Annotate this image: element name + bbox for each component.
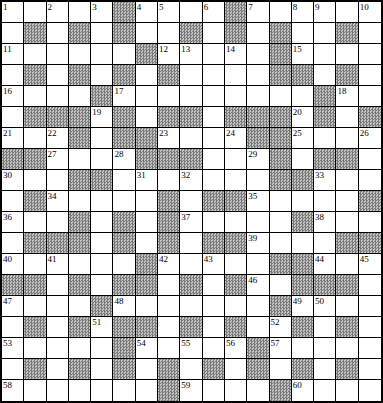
clue-number: 46 (248, 275, 257, 285)
white-cell[interactable] (47, 338, 69, 359)
block-cell (314, 275, 336, 296)
white-cell[interactable] (314, 128, 336, 149)
white-cell[interactable] (180, 296, 202, 317)
white-cell[interactable] (336, 107, 358, 128)
block-cell (203, 233, 225, 254)
block-cell (270, 128, 292, 149)
white-cell[interactable] (314, 359, 336, 380)
white-cell[interactable]: 4 (136, 2, 158, 23)
white-cell[interactable] (336, 170, 358, 191)
white-cell[interactable]: 19 (91, 107, 113, 128)
block-cell (247, 338, 269, 359)
clue-number: 53 (3, 338, 12, 348)
white-cell[interactable]: 53 (2, 338, 24, 359)
white-cell[interactable] (158, 317, 180, 338)
block-cell (270, 380, 292, 401)
block-cell (203, 359, 225, 380)
white-cell[interactable] (91, 254, 113, 275)
white-cell[interactable] (2, 65, 24, 86)
clue-number: 54 (137, 338, 146, 348)
white-cell[interactable] (203, 107, 225, 128)
white-cell[interactable]: 54 (136, 338, 158, 359)
white-cell[interactable]: 55 (180, 338, 202, 359)
clue-number: 43 (204, 254, 213, 264)
block-cell (359, 107, 381, 128)
block-cell (113, 2, 135, 23)
block-cell (336, 317, 358, 338)
crossword-puzzle: 1234567891011121314151617181920212223242… (0, 0, 383, 403)
white-cell[interactable] (47, 86, 69, 107)
white-cell[interactable] (314, 338, 336, 359)
white-cell[interactable] (359, 317, 381, 338)
white-cell[interactable]: 44 (314, 254, 336, 275)
white-cell[interactable] (203, 86, 225, 107)
clue-number: 17 (114, 86, 123, 96)
block-cell (69, 275, 91, 296)
white-cell[interactable] (247, 317, 269, 338)
clue-number: 55 (181, 338, 190, 348)
white-cell[interactable]: 52 (270, 317, 292, 338)
white-cell[interactable] (270, 191, 292, 212)
white-cell[interactable] (24, 254, 46, 275)
white-cell[interactable]: 32 (180, 170, 202, 191)
block-cell (113, 317, 135, 338)
white-cell[interactable] (247, 170, 269, 191)
white-cell[interactable] (203, 23, 225, 44)
white-cell[interactable]: 25 (292, 128, 314, 149)
block-cell (270, 23, 292, 44)
white-cell[interactable] (180, 86, 202, 107)
block-cell (225, 233, 247, 254)
white-cell[interactable]: 20 (292, 107, 314, 128)
clue-number: 51 (92, 317, 101, 327)
block-cell (180, 107, 202, 128)
white-cell[interactable]: 9 (314, 2, 336, 23)
white-cell[interactable] (158, 338, 180, 359)
white-cell[interactable] (69, 296, 91, 317)
white-cell[interactable] (69, 191, 91, 212)
white-cell[interactable] (69, 380, 91, 401)
clue-number: 57 (271, 338, 280, 348)
white-cell[interactable] (69, 254, 91, 275)
white-cell[interactable] (314, 23, 336, 44)
block-cell (24, 191, 46, 212)
white-cell[interactable]: 60 (292, 380, 314, 401)
white-cell[interactable]: 30 (2, 170, 24, 191)
white-cell[interactable] (314, 65, 336, 86)
white-cell[interactable]: 13 (180, 44, 202, 65)
white-cell[interactable] (47, 296, 69, 317)
white-cell[interactable]: 12 (158, 44, 180, 65)
white-cell[interactable] (91, 44, 113, 65)
white-cell[interactable] (136, 212, 158, 233)
white-cell[interactable] (136, 65, 158, 86)
block-cell (47, 233, 69, 254)
white-cell[interactable] (292, 338, 314, 359)
white-cell[interactable] (158, 23, 180, 44)
clue-number: 45 (360, 254, 369, 264)
white-cell[interactable] (47, 380, 69, 401)
clue-number: 5 (159, 2, 164, 12)
block-cell (336, 275, 358, 296)
block-cell (158, 191, 180, 212)
white-cell[interactable] (225, 380, 247, 401)
white-cell[interactable] (91, 128, 113, 149)
white-cell[interactable] (314, 380, 336, 401)
clue-number: 39 (248, 233, 257, 243)
white-cell[interactable] (203, 317, 225, 338)
white-cell[interactable]: 24 (225, 128, 247, 149)
block-cell (136, 254, 158, 275)
white-cell[interactable]: 33 (314, 170, 336, 191)
white-cell[interactable]: 56 (225, 338, 247, 359)
white-cell[interactable] (24, 2, 46, 23)
white-cell[interactable] (47, 44, 69, 65)
block-cell (270, 44, 292, 65)
white-cell[interactable]: 16 (2, 86, 24, 107)
white-cell[interactable] (314, 44, 336, 65)
white-cell[interactable] (2, 191, 24, 212)
block-cell (180, 317, 202, 338)
white-cell[interactable] (359, 65, 381, 86)
white-cell[interactable]: 28 (113, 149, 135, 170)
white-cell[interactable] (47, 317, 69, 338)
block-cell (270, 170, 292, 191)
white-cell[interactable] (270, 2, 292, 23)
block-cell (247, 128, 269, 149)
white-cell[interactable]: 57 (270, 338, 292, 359)
white-cell[interactable] (158, 275, 180, 296)
white-cell[interactable] (136, 23, 158, 44)
block-cell (113, 128, 135, 149)
white-cell[interactable]: 45 (359, 254, 381, 275)
block-cell (113, 107, 135, 128)
white-cell[interactable] (336, 338, 358, 359)
block-cell (180, 23, 202, 44)
white-cell[interactable]: 26 (359, 128, 381, 149)
white-cell[interactable] (336, 128, 358, 149)
white-cell[interactable] (113, 380, 135, 401)
white-cell[interactable] (225, 254, 247, 275)
white-cell[interactable] (270, 275, 292, 296)
white-cell[interactable] (47, 359, 69, 380)
white-cell[interactable]: 35 (247, 191, 269, 212)
clue-number: 27 (48, 149, 57, 159)
block-cell (359, 233, 381, 254)
white-cell[interactable]: 49 (292, 296, 314, 317)
white-cell[interactable] (314, 191, 336, 212)
white-cell[interactable]: 47 (2, 296, 24, 317)
white-cell[interactable] (91, 233, 113, 254)
block-cell (113, 338, 135, 359)
clue-number: 49 (293, 296, 302, 306)
white-cell[interactable] (24, 44, 46, 65)
white-cell[interactable]: 22 (47, 128, 69, 149)
white-cell[interactable] (2, 233, 24, 254)
white-cell[interactable] (203, 275, 225, 296)
white-cell[interactable]: 21 (2, 128, 24, 149)
block-cell (247, 107, 269, 128)
white-cell[interactable] (180, 233, 202, 254)
white-cell[interactable] (91, 65, 113, 86)
white-cell[interactable] (136, 296, 158, 317)
white-cell[interactable] (136, 86, 158, 107)
white-cell[interactable]: 3 (91, 2, 113, 23)
clue-number: 47 (3, 296, 12, 306)
white-cell[interactable] (24, 170, 46, 191)
white-cell[interactable] (225, 86, 247, 107)
white-cell[interactable]: 14 (225, 44, 247, 65)
white-cell[interactable] (24, 296, 46, 317)
white-cell[interactable] (47, 212, 69, 233)
white-cell[interactable] (359, 359, 381, 380)
white-cell[interactable] (24, 86, 46, 107)
white-cell[interactable] (47, 23, 69, 44)
white-cell[interactable] (247, 380, 269, 401)
white-cell[interactable] (247, 65, 269, 86)
white-cell[interactable] (91, 338, 113, 359)
white-cell[interactable] (247, 23, 269, 44)
block-cell (113, 359, 135, 380)
white-cell[interactable] (69, 44, 91, 65)
white-cell[interactable] (247, 296, 269, 317)
white-cell[interactable]: 5 (158, 2, 180, 23)
white-cell[interactable] (158, 170, 180, 191)
white-cell[interactable] (359, 86, 381, 107)
clue-number: 24 (226, 128, 235, 138)
block-cell (292, 170, 314, 191)
block-cell (292, 254, 314, 275)
white-cell[interactable] (292, 233, 314, 254)
white-cell[interactable] (314, 233, 336, 254)
block-cell (225, 275, 247, 296)
block-cell (69, 170, 91, 191)
white-cell[interactable]: 23 (158, 128, 180, 149)
white-cell[interactable] (47, 275, 69, 296)
white-cell[interactable] (2, 23, 24, 44)
white-cell[interactable]: 31 (136, 170, 158, 191)
clue-number: 20 (293, 107, 302, 117)
clue-number: 3 (92, 2, 97, 12)
white-cell[interactable] (24, 380, 46, 401)
white-cell[interactable] (136, 380, 158, 401)
block-cell (158, 149, 180, 170)
white-cell[interactable] (270, 359, 292, 380)
white-cell[interactable] (336, 380, 358, 401)
white-cell[interactable] (136, 359, 158, 380)
white-cell[interactable] (91, 23, 113, 44)
white-cell[interactable] (247, 254, 269, 275)
white-cell[interactable] (247, 86, 269, 107)
block-cell (24, 359, 46, 380)
white-cell[interactable]: 27 (47, 149, 69, 170)
white-cell[interactable] (136, 191, 158, 212)
white-cell[interactable] (225, 212, 247, 233)
block-cell (24, 149, 46, 170)
white-cell[interactable] (270, 212, 292, 233)
white-cell[interactable]: 8 (292, 2, 314, 23)
white-cell[interactable]: 36 (2, 212, 24, 233)
block-cell (24, 65, 46, 86)
block-cell (91, 86, 113, 107)
white-cell[interactable] (24, 212, 46, 233)
white-cell[interactable] (292, 191, 314, 212)
white-cell[interactable] (113, 191, 135, 212)
white-cell[interactable]: 51 (91, 317, 113, 338)
crossword-board: 1234567891011121314151617181920212223242… (0, 0, 383, 403)
white-cell[interactable] (247, 44, 269, 65)
white-cell[interactable] (225, 65, 247, 86)
white-cell[interactable] (203, 380, 225, 401)
white-cell[interactable] (203, 170, 225, 191)
white-cell[interactable]: 18 (336, 86, 358, 107)
white-cell[interactable] (180, 128, 202, 149)
white-cell[interactable] (359, 212, 381, 233)
white-cell[interactable] (91, 191, 113, 212)
white-cell[interactable]: 6 (203, 2, 225, 23)
white-cell[interactable]: 46 (247, 275, 269, 296)
white-cell[interactable] (336, 212, 358, 233)
block-cell (69, 23, 91, 44)
block-cell (158, 107, 180, 128)
white-cell[interactable]: 59 (180, 380, 202, 401)
white-cell[interactable] (2, 107, 24, 128)
white-cell[interactable] (203, 65, 225, 86)
white-cell[interactable]: 10 (359, 2, 381, 23)
white-cell[interactable]: 39 (247, 233, 269, 254)
block-cell (270, 65, 292, 86)
white-cell[interactable]: 40 (2, 254, 24, 275)
white-cell[interactable] (91, 275, 113, 296)
white-cell[interactable] (336, 254, 358, 275)
white-cell[interactable] (24, 128, 46, 149)
white-cell[interactable] (69, 338, 91, 359)
white-cell[interactable] (47, 170, 69, 191)
white-cell[interactable]: 48 (113, 296, 135, 317)
white-cell[interactable] (292, 23, 314, 44)
white-cell[interactable]: 43 (203, 254, 225, 275)
white-cell[interactable]: 1 (2, 2, 24, 23)
clue-number: 40 (3, 254, 12, 264)
block-cell (336, 359, 358, 380)
white-cell[interactable]: 41 (47, 254, 69, 275)
white-cell[interactable] (158, 296, 180, 317)
block-cell (69, 128, 91, 149)
block-cell (69, 107, 91, 128)
clue-number: 2 (48, 2, 53, 12)
white-cell[interactable] (69, 149, 91, 170)
white-cell[interactable] (336, 296, 358, 317)
white-cell[interactable] (292, 149, 314, 170)
white-cell[interactable]: 34 (47, 191, 69, 212)
white-cell[interactable] (359, 44, 381, 65)
white-cell[interactable] (225, 170, 247, 191)
white-cell[interactable] (225, 296, 247, 317)
white-cell[interactable] (359, 275, 381, 296)
white-cell[interactable] (47, 65, 69, 86)
white-cell[interactable] (336, 44, 358, 65)
white-cell[interactable]: 15 (292, 44, 314, 65)
white-cell[interactable]: 2 (47, 2, 69, 23)
white-cell[interactable] (359, 23, 381, 44)
white-cell[interactable] (2, 359, 24, 380)
white-cell[interactable] (336, 191, 358, 212)
clue-number: 34 (48, 191, 57, 201)
white-cell[interactable]: 7 (247, 2, 269, 23)
white-cell[interactable] (91, 149, 113, 170)
white-cell[interactable] (136, 107, 158, 128)
clue-number: 31 (137, 170, 146, 180)
white-cell[interactable] (180, 359, 202, 380)
white-cell[interactable] (24, 338, 46, 359)
clue-number: 35 (248, 191, 257, 201)
white-cell[interactable] (180, 65, 202, 86)
white-cell[interactable]: 37 (180, 212, 202, 233)
white-cell[interactable] (158, 86, 180, 107)
block-cell (113, 212, 135, 233)
block-cell (136, 275, 158, 296)
white-cell[interactable]: 50 (314, 296, 336, 317)
white-cell[interactable] (359, 149, 381, 170)
white-cell[interactable] (113, 254, 135, 275)
white-cell[interactable] (91, 359, 113, 380)
white-cell[interactable] (203, 296, 225, 317)
block-cell (158, 65, 180, 86)
white-cell[interactable] (180, 2, 202, 23)
white-cell[interactable] (336, 2, 358, 23)
white-cell[interactable] (91, 380, 113, 401)
white-cell[interactable] (359, 296, 381, 317)
white-cell[interactable] (2, 317, 24, 338)
white-cell[interactable] (203, 44, 225, 65)
white-cell[interactable]: 42 (158, 254, 180, 275)
white-cell[interactable] (91, 212, 113, 233)
white-cell[interactable] (203, 212, 225, 233)
white-cell[interactable]: 17 (113, 86, 135, 107)
white-cell[interactable]: 11 (2, 44, 24, 65)
white-cell[interactable]: 38 (314, 212, 336, 233)
white-cell[interactable] (270, 233, 292, 254)
clue-number: 56 (226, 338, 235, 348)
block-cell (292, 212, 314, 233)
block-cell (24, 275, 46, 296)
white-cell[interactable]: 58 (2, 380, 24, 401)
white-cell[interactable] (203, 149, 225, 170)
white-cell[interactable] (203, 338, 225, 359)
white-cell[interactable] (359, 170, 381, 191)
white-cell[interactable] (203, 128, 225, 149)
white-cell[interactable] (359, 380, 381, 401)
clue-number: 15 (293, 44, 302, 54)
white-cell[interactable] (314, 317, 336, 338)
block-cell (225, 317, 247, 338)
white-cell[interactable] (359, 338, 381, 359)
white-cell[interactable] (113, 170, 135, 191)
white-cell[interactable] (180, 254, 202, 275)
white-cell[interactable] (113, 44, 135, 65)
white-cell[interactable] (292, 86, 314, 107)
white-cell[interactable] (225, 149, 247, 170)
white-cell[interactable] (225, 359, 247, 380)
white-cell[interactable] (247, 212, 269, 233)
clue-number: 12 (159, 44, 168, 54)
white-cell[interactable]: 29 (247, 149, 269, 170)
white-cell[interactable] (180, 191, 202, 212)
white-cell[interactable] (69, 2, 91, 23)
white-cell[interactable] (69, 86, 91, 107)
white-cell[interactable] (270, 86, 292, 107)
white-cell[interactable] (136, 233, 158, 254)
